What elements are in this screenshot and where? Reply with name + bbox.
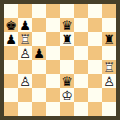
piece-white-rook: ♖ xyxy=(18,32,32,46)
square-h6[interactable]: ♜ xyxy=(102,32,116,46)
square-f6[interactable] xyxy=(74,32,88,46)
square-f4[interactable] xyxy=(74,60,88,74)
white-pawn-fill: ♟ xyxy=(18,46,32,60)
square-a5[interactable] xyxy=(4,46,18,60)
square-h4[interactable]: ♜♖ xyxy=(102,60,116,74)
piece-black-pawn: ♟ xyxy=(4,32,18,46)
square-e4[interactable] xyxy=(60,60,74,74)
piece-white-rook: ♖ xyxy=(102,60,116,74)
chess-board-frame: ♚♟♛♟♜♖♜♜♟♙♟♜♖♟♙♛♟♙♚♔ xyxy=(0,0,120,120)
square-c8[interactable] xyxy=(32,4,46,18)
square-h1[interactable] xyxy=(102,102,116,116)
square-d6[interactable] xyxy=(46,32,60,46)
square-c4[interactable] xyxy=(32,60,46,74)
square-h8[interactable] xyxy=(102,4,116,18)
piece-white-pawn: ♙ xyxy=(18,46,32,60)
square-f8[interactable] xyxy=(74,4,88,18)
square-b1[interactable] xyxy=(18,102,32,116)
square-g3[interactable] xyxy=(88,74,102,88)
square-a4[interactable] xyxy=(4,60,18,74)
white-pawn-fill: ♟ xyxy=(102,74,116,88)
square-c7[interactable] xyxy=(32,18,46,32)
white-rook-fill: ♜ xyxy=(102,60,116,74)
square-b3[interactable]: ♟♙ xyxy=(18,74,32,88)
square-a6[interactable]: ♟ xyxy=(4,32,18,46)
square-f2[interactable] xyxy=(74,88,88,102)
square-d8[interactable] xyxy=(46,4,60,18)
piece-black-queen: ♛ xyxy=(60,18,74,32)
square-e1[interactable] xyxy=(60,102,74,116)
piece-black-pawn: ♟ xyxy=(32,46,46,60)
piece-black-queen: ♛ xyxy=(60,74,74,88)
square-d7[interactable] xyxy=(46,18,60,32)
square-h3[interactable]: ♟♙ xyxy=(102,74,116,88)
square-a1[interactable] xyxy=(4,102,18,116)
piece-white-pawn: ♙ xyxy=(102,74,116,88)
square-d2[interactable] xyxy=(46,88,60,102)
square-b8[interactable] xyxy=(18,4,32,18)
square-f3[interactable] xyxy=(74,74,88,88)
square-g2[interactable] xyxy=(88,88,102,102)
square-h7[interactable] xyxy=(102,18,116,32)
square-g1[interactable] xyxy=(88,102,102,116)
square-c6[interactable] xyxy=(32,32,46,46)
piece-black-rook: ♜ xyxy=(60,32,74,46)
piece-white-king: ♔ xyxy=(60,88,74,102)
square-g7[interactable] xyxy=(88,18,102,32)
square-g6[interactable] xyxy=(88,32,102,46)
square-h5[interactable] xyxy=(102,46,116,60)
square-e3[interactable]: ♛ xyxy=(60,74,74,88)
piece-black-pawn: ♟ xyxy=(18,18,32,32)
square-h2[interactable] xyxy=(102,88,116,102)
square-a3[interactable] xyxy=(4,74,18,88)
square-g5[interactable] xyxy=(88,46,102,60)
square-c2[interactable] xyxy=(32,88,46,102)
square-a7[interactable]: ♚ xyxy=(4,18,18,32)
square-e5[interactable] xyxy=(60,46,74,60)
square-d1[interactable] xyxy=(46,102,60,116)
square-b4[interactable] xyxy=(18,60,32,74)
square-g8[interactable] xyxy=(88,4,102,18)
square-d3[interactable] xyxy=(46,74,60,88)
square-d5[interactable] xyxy=(46,46,60,60)
piece-black-king: ♚ xyxy=(4,18,18,32)
square-f7[interactable] xyxy=(74,18,88,32)
square-e2[interactable]: ♚♔ xyxy=(60,88,74,102)
square-g4[interactable] xyxy=(88,60,102,74)
square-a8[interactable] xyxy=(4,4,18,18)
square-b5[interactable]: ♟♙ xyxy=(18,46,32,60)
square-d4[interactable] xyxy=(46,60,60,74)
square-f5[interactable] xyxy=(74,46,88,60)
square-e7[interactable]: ♛ xyxy=(60,18,74,32)
square-f1[interactable] xyxy=(74,102,88,116)
white-king-fill: ♚ xyxy=(60,88,74,102)
square-b6[interactable]: ♜♖ xyxy=(18,32,32,46)
piece-black-rook: ♜ xyxy=(102,32,116,46)
square-e6[interactable]: ♜ xyxy=(60,32,74,46)
square-c5[interactable]: ♟ xyxy=(32,46,46,60)
square-b7[interactable]: ♟ xyxy=(18,18,32,32)
white-rook-fill: ♜ xyxy=(18,32,32,46)
square-c1[interactable] xyxy=(32,102,46,116)
square-c3[interactable] xyxy=(32,74,46,88)
square-a2[interactable] xyxy=(4,88,18,102)
piece-white-pawn: ♙ xyxy=(18,74,32,88)
square-b2[interactable] xyxy=(18,88,32,102)
square-e8[interactable] xyxy=(60,4,74,18)
white-pawn-fill: ♟ xyxy=(18,74,32,88)
chess-board: ♚♟♛♟♜♖♜♜♟♙♟♜♖♟♙♛♟♙♚♔ xyxy=(4,4,116,116)
